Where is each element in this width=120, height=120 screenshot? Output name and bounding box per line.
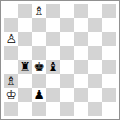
square-c1[interactable] (32, 102, 46, 116)
white-pawn: ♙ (5, 32, 16, 46)
black-king: ♚ (33, 60, 44, 74)
square-h1[interactable] (102, 102, 116, 116)
square-a5[interactable] (4, 46, 18, 60)
square-d7[interactable] (46, 18, 60, 32)
black-pawn: ♟ (33, 88, 44, 102)
square-a4[interactable] (4, 60, 18, 74)
square-g5[interactable] (88, 46, 102, 60)
square-b2[interactable] (18, 88, 32, 102)
square-e3[interactable] (60, 74, 74, 88)
square-g2[interactable] (88, 88, 102, 102)
square-e6[interactable] (60, 32, 74, 46)
square-b4[interactable]: ♜ (18, 60, 32, 74)
square-b6[interactable] (18, 32, 32, 46)
square-a7[interactable] (4, 18, 18, 32)
square-d2[interactable] (46, 88, 60, 102)
square-b1[interactable] (18, 102, 32, 116)
square-c8[interactable]: ♗ (32, 4, 46, 18)
square-f7[interactable] (74, 18, 88, 32)
square-h5[interactable] (102, 46, 116, 60)
square-d1[interactable] (46, 102, 60, 116)
square-h7[interactable] (102, 18, 116, 32)
square-d6[interactable] (46, 32, 60, 46)
square-g4[interactable] (88, 60, 102, 74)
square-a1[interactable] (4, 102, 18, 116)
square-f2[interactable] (74, 88, 88, 102)
square-g7[interactable] (88, 18, 102, 32)
square-d8[interactable] (46, 4, 60, 18)
white-king: ♔ (5, 88, 16, 102)
square-e8[interactable] (60, 4, 74, 18)
square-g3[interactable] (88, 74, 102, 88)
square-b8[interactable] (18, 4, 32, 18)
square-d4[interactable]: ♝ (46, 60, 60, 74)
square-e7[interactable] (60, 18, 74, 32)
square-c2[interactable]: ♟ (32, 88, 46, 102)
square-h6[interactable] (102, 32, 116, 46)
square-a2[interactable]: ♔ (4, 88, 18, 102)
black-bishop: ♝ (47, 60, 58, 74)
square-g1[interactable] (88, 102, 102, 116)
black-rook: ♜ (19, 60, 30, 74)
square-c4[interactable]: ♚ (32, 60, 46, 74)
square-a6[interactable]: ♙ (4, 32, 18, 46)
square-a8[interactable] (4, 4, 18, 18)
square-c7[interactable] (32, 18, 46, 32)
square-h3[interactable] (102, 74, 116, 88)
square-h4[interactable] (102, 60, 116, 74)
square-e1[interactable] (60, 102, 74, 116)
square-e5[interactable] (60, 46, 74, 60)
white-bishop: ♗ (5, 74, 16, 88)
square-f6[interactable] (74, 32, 88, 46)
diagram-frame: ♗♙♜♚♝♗♔♟ (0, 0, 120, 120)
chess-board: ♗♙♜♚♝♗♔♟ (4, 4, 116, 116)
square-f4[interactable] (74, 60, 88, 74)
square-g6[interactable] (88, 32, 102, 46)
square-f3[interactable] (74, 74, 88, 88)
square-c3[interactable] (32, 74, 46, 88)
square-b7[interactable] (18, 18, 32, 32)
square-h2[interactable] (102, 88, 116, 102)
square-h8[interactable] (102, 4, 116, 18)
white-bishop: ♗ (33, 4, 44, 18)
square-f1[interactable] (74, 102, 88, 116)
square-d3[interactable] (46, 74, 60, 88)
square-e4[interactable] (60, 60, 74, 74)
square-b5[interactable] (18, 46, 32, 60)
square-d5[interactable] (46, 46, 60, 60)
square-e2[interactable] (60, 88, 74, 102)
square-c6[interactable] (32, 32, 46, 46)
square-a3[interactable]: ♗ (4, 74, 18, 88)
square-g8[interactable] (88, 4, 102, 18)
square-b3[interactable] (18, 74, 32, 88)
square-f5[interactable] (74, 46, 88, 60)
square-c5[interactable] (32, 46, 46, 60)
square-f8[interactable] (74, 4, 88, 18)
